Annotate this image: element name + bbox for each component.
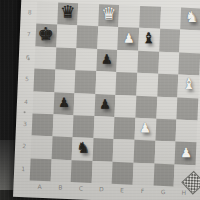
square-g5[interactable] bbox=[157, 74, 179, 97]
square-b6[interactable] bbox=[55, 47, 77, 70]
square-g8[interactable] bbox=[160, 7, 182, 30]
square-g7[interactable] bbox=[159, 29, 181, 52]
square-g3[interactable] bbox=[155, 119, 177, 142]
square-e6[interactable] bbox=[117, 50, 139, 73]
square-a1[interactable] bbox=[30, 158, 52, 181]
square-b1[interactable] bbox=[50, 159, 72, 182]
square-f8[interactable] bbox=[139, 6, 161, 29]
square-b7[interactable] bbox=[56, 25, 78, 48]
file-label-a: A bbox=[29, 180, 50, 194]
file-label-f: F bbox=[132, 185, 153, 199]
square-c1[interactable] bbox=[71, 160, 93, 183]
square-e2[interactable] bbox=[113, 139, 135, 162]
square-d2[interactable] bbox=[92, 138, 114, 161]
square-f4[interactable] bbox=[135, 95, 157, 118]
square-f2[interactable] bbox=[134, 140, 156, 163]
square-c6[interactable] bbox=[76, 48, 98, 71]
square-a2[interactable] bbox=[31, 136, 53, 159]
square-a3[interactable] bbox=[32, 113, 54, 136]
piece-black-pawn-b4[interactable]: ♟ bbox=[58, 96, 70, 109]
chess-board-grid bbox=[30, 2, 200, 188]
square-f5[interactable] bbox=[136, 73, 158, 96]
square-a4[interactable] bbox=[33, 91, 55, 114]
rank-label-7: 7 bbox=[22, 23, 35, 46]
square-g6[interactable] bbox=[158, 51, 180, 74]
piece-white-pawn-h2[interactable]: ♟ bbox=[180, 146, 192, 159]
square-e1[interactable] bbox=[112, 162, 134, 185]
rank-label-4: 4 bbox=[20, 91, 33, 114]
piece-black-bishop-f7[interactable]: ♝ bbox=[142, 31, 156, 46]
square-h3[interactable] bbox=[176, 119, 198, 142]
piece-white-queen-d8[interactable]: ♛ bbox=[101, 5, 116, 22]
piece-white-bishop-h5[interactable]: ♝ bbox=[182, 77, 196, 92]
file-label-c: C bbox=[70, 182, 91, 196]
square-h4[interactable] bbox=[177, 97, 199, 120]
rank-label-6: 6 bbox=[21, 46, 34, 69]
square-g4[interactable] bbox=[156, 96, 178, 119]
square-f1[interactable] bbox=[133, 162, 155, 185]
margin-mark bbox=[24, 111, 26, 113]
file-label-d: D bbox=[91, 183, 112, 197]
square-e5[interactable] bbox=[116, 72, 138, 95]
square-d3[interactable] bbox=[93, 116, 115, 139]
rank-label-3: 3 bbox=[19, 113, 32, 136]
square-a5[interactable] bbox=[33, 69, 55, 92]
square-c8[interactable] bbox=[77, 3, 99, 26]
rank-label-5: 5 bbox=[20, 68, 33, 91]
square-g2[interactable] bbox=[154, 141, 176, 164]
square-h6[interactable] bbox=[178, 52, 200, 75]
piece-black-king-a7[interactable]: ♚ bbox=[38, 25, 54, 43]
piece-white-pawn-f3[interactable]: ♟ bbox=[139, 122, 151, 135]
file-label-g: G bbox=[153, 186, 174, 200]
square-b2[interactable] bbox=[51, 137, 73, 160]
piece-white-pawn-e7[interactable]: ♟ bbox=[123, 31, 135, 44]
margin-mark bbox=[28, 58, 30, 60]
rank-label-8: 8 bbox=[23, 1, 36, 24]
piece-black-pawn-d6[interactable]: ♟ bbox=[101, 53, 113, 66]
square-c4[interactable] bbox=[74, 93, 96, 116]
square-b5[interactable] bbox=[54, 70, 76, 93]
square-d7[interactable] bbox=[97, 27, 119, 50]
rank-label-2: 2 bbox=[18, 135, 31, 158]
square-a6[interactable] bbox=[34, 46, 56, 69]
piece-white-knight-h8[interactable]: ♞ bbox=[184, 10, 198, 25]
square-c5[interactable] bbox=[75, 70, 97, 93]
piece-black-queen-b8[interactable]: ♛ bbox=[60, 4, 75, 21]
square-b3[interactable] bbox=[52, 114, 74, 137]
square-d5[interactable] bbox=[95, 71, 117, 94]
square-e4[interactable] bbox=[115, 94, 137, 117]
square-g1[interactable] bbox=[153, 163, 175, 186]
rank-label-1: 1 bbox=[17, 158, 30, 181]
chessboard-photo-scene: 87654321 ABCDEFGH ♛♛♞♚♟♝♟♝♟♟♟♞♟ bbox=[0, 0, 200, 200]
square-c7[interactable] bbox=[76, 26, 98, 49]
square-a8[interactable] bbox=[36, 2, 58, 25]
piece-black-pawn-d4[interactable]: ♟ bbox=[99, 97, 111, 110]
square-h7[interactable] bbox=[179, 30, 200, 53]
square-c3[interactable] bbox=[73, 115, 95, 138]
square-e8[interactable] bbox=[119, 5, 141, 28]
file-label-b: B bbox=[50, 181, 71, 195]
file-label-e: E bbox=[111, 184, 132, 198]
chess-board-sheet: 87654321 ABCDEFGH ♛♛♞♚♟♝♟♝♟♟♟♞♟ bbox=[13, 0, 200, 200]
square-d1[interactable] bbox=[91, 161, 113, 184]
square-f6[interactable] bbox=[137, 51, 159, 74]
square-e3[interactable] bbox=[114, 117, 136, 140]
piece-black-knight-c2[interactable]: ♞ bbox=[76, 140, 90, 155]
